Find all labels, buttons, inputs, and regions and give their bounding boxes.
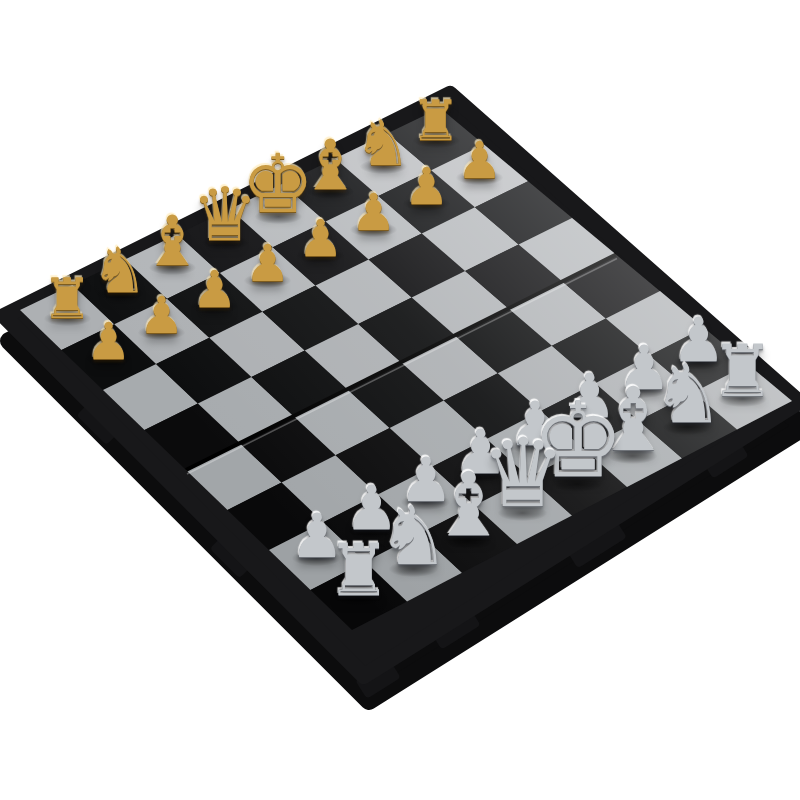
pawn-glyph: ♟ bbox=[457, 135, 503, 186]
pawn-glyph: ♟ bbox=[192, 264, 238, 315]
pawn-glyph: ♟ bbox=[86, 316, 132, 367]
pawn-glyph: ♟ bbox=[245, 238, 291, 289]
product-photo: ♜♞♝♛♚♝♞♜♟♟♟♟♟♟♟♟♟♟♟♟♟♟♟♟♜♞♝♛♚♝♞♜ bbox=[0, 0, 800, 800]
pawn-glyph: ♟ bbox=[351, 187, 397, 238]
rook-glyph: ♜ bbox=[326, 534, 391, 606]
rook-glyph: ♜ bbox=[42, 271, 92, 327]
pawn-glyph: ♟ bbox=[298, 213, 344, 264]
pawn-glyph: ♟ bbox=[139, 290, 185, 341]
pawn-glyph: ♟ bbox=[404, 161, 450, 212]
rook-glyph: ♜ bbox=[411, 93, 461, 149]
